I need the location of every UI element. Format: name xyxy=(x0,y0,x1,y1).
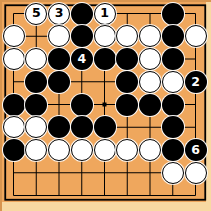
black-stone xyxy=(71,25,93,47)
white-stone xyxy=(139,48,161,70)
black-stone xyxy=(162,3,184,25)
white-stone xyxy=(3,116,25,138)
black-stone xyxy=(25,94,47,116)
white-stone xyxy=(139,25,161,47)
intersection-r1c8[interactable] xyxy=(161,2,184,25)
intersection-r6c6[interactable] xyxy=(116,116,139,139)
intersection-r5c9[interactable] xyxy=(184,93,207,116)
white-stone xyxy=(139,139,161,161)
black-stone xyxy=(139,94,161,116)
go-board: 531426 xyxy=(0,0,211,211)
intersection-r9c9[interactable] xyxy=(184,184,207,207)
intersection-r4c8[interactable] xyxy=(161,70,184,93)
white-stone xyxy=(162,71,184,93)
black-stone xyxy=(3,94,25,116)
white-stone xyxy=(48,25,70,47)
intersection-r4c7[interactable] xyxy=(139,70,162,93)
black-stone xyxy=(48,116,70,138)
intersection-r8c2[interactable] xyxy=(25,161,48,184)
intersection-r1c5[interactable]: 1 xyxy=(93,2,116,25)
black-stone xyxy=(162,94,184,116)
intersection-r9c7[interactable] xyxy=(139,184,162,207)
intersection-r4c3[interactable] xyxy=(48,70,71,93)
intersection-r7c2[interactable] xyxy=(25,139,48,162)
white-stone-move-5: 5 xyxy=(25,3,47,25)
intersection-r4c4[interactable] xyxy=(70,70,93,93)
white-stone xyxy=(48,139,70,161)
intersection-r8c8[interactable] xyxy=(161,161,184,184)
intersection-r3c3[interactable] xyxy=(48,48,71,71)
white-stone xyxy=(94,25,116,47)
white-stone xyxy=(162,162,184,184)
white-stone xyxy=(116,139,138,161)
intersection-r8c7[interactable] xyxy=(139,161,162,184)
white-stone-move-3: 3 xyxy=(48,3,70,25)
intersection-r3c5[interactable] xyxy=(93,48,116,71)
intersection-r7c9[interactable]: 6 xyxy=(184,139,207,162)
white-stone xyxy=(3,25,25,47)
black-stone xyxy=(162,139,184,161)
intersection-r6c3[interactable] xyxy=(48,116,71,139)
intersection-r7c1[interactable] xyxy=(2,139,25,162)
intersection-r2c4[interactable] xyxy=(70,25,93,48)
black-stone xyxy=(116,48,138,70)
intersection-r8c3[interactable] xyxy=(48,161,71,184)
intersection-r8c1[interactable] xyxy=(2,161,25,184)
intersection-r7c4[interactable] xyxy=(70,139,93,162)
white-stone xyxy=(25,116,47,138)
black-stone xyxy=(48,48,70,70)
black-stone xyxy=(71,116,93,138)
white-stone xyxy=(139,71,161,93)
intersection-r8c5[interactable] xyxy=(93,161,116,184)
intersection-r9c6[interactable] xyxy=(116,184,139,207)
intersection-r4c9[interactable]: 2 xyxy=(184,70,207,93)
intersection-r3c2[interactable] xyxy=(25,48,48,71)
black-stone xyxy=(116,71,138,93)
intersection-r7c6[interactable] xyxy=(116,139,139,162)
black-stone xyxy=(162,25,184,47)
intersection-r1c9[interactable] xyxy=(184,2,207,25)
intersection-r2c9[interactable] xyxy=(184,25,207,48)
intersection-r3c4[interactable]: 4 xyxy=(70,48,93,71)
intersection-r5c3[interactable] xyxy=(48,93,71,116)
intersection-r6c1[interactable] xyxy=(2,116,25,139)
intersection-r3c1[interactable] xyxy=(2,48,25,71)
white-stone xyxy=(25,139,47,161)
intersection-r2c7[interactable] xyxy=(139,25,162,48)
black-stone xyxy=(25,71,47,93)
intersection-r7c7[interactable] xyxy=(139,139,162,162)
black-stone xyxy=(48,71,70,93)
black-stone xyxy=(116,94,138,116)
intersection-r5c2[interactable] xyxy=(25,93,48,116)
intersection-r7c8[interactable] xyxy=(161,139,184,162)
intersection-r6c4[interactable] xyxy=(70,116,93,139)
black-stone xyxy=(94,48,116,70)
intersection-r3c9[interactable] xyxy=(184,48,207,71)
black-stone xyxy=(71,94,93,116)
intersection-r2c5[interactable] xyxy=(93,25,116,48)
white-stone xyxy=(71,139,93,161)
white-stone xyxy=(116,25,138,47)
intersection-r6c5[interactable] xyxy=(93,116,116,139)
intersection-r7c5[interactable] xyxy=(93,139,116,162)
black-stone xyxy=(162,116,184,138)
intersection-r5c5[interactable] xyxy=(93,93,116,116)
intersection-r6c8[interactable] xyxy=(161,116,184,139)
intersection-r9c8[interactable] xyxy=(161,184,184,207)
intersection-r5c8[interactable] xyxy=(161,93,184,116)
intersection-r4c2[interactable] xyxy=(25,70,48,93)
intersection-r5c1[interactable] xyxy=(2,93,25,116)
black-stone xyxy=(3,139,25,161)
intersection-r3c8[interactable] xyxy=(161,48,184,71)
intersection-r9c2[interactable] xyxy=(25,184,48,207)
black-stone xyxy=(94,116,116,138)
intersection-r8c9[interactable] xyxy=(184,161,207,184)
white-stone xyxy=(94,139,116,161)
white-stone xyxy=(25,48,47,70)
white-stone xyxy=(185,25,207,47)
white-stone xyxy=(185,162,207,184)
black-stone xyxy=(71,3,93,25)
intersection-r1c6[interactable] xyxy=(116,2,139,25)
intersection-r9c3[interactable] xyxy=(48,184,71,207)
intersection-r8c6[interactable] xyxy=(116,161,139,184)
intersection-r5c4[interactable] xyxy=(70,93,93,116)
intersection-r9c1[interactable] xyxy=(2,184,25,207)
intersection-r4c1[interactable] xyxy=(2,70,25,93)
intersection-r2c1[interactable] xyxy=(2,25,25,48)
intersection-r6c2[interactable] xyxy=(25,116,48,139)
intersection-r2c3[interactable] xyxy=(48,25,71,48)
intersection-r5c7[interactable] xyxy=(139,93,162,116)
white-stone xyxy=(3,48,25,70)
intersection-r1c7[interactable] xyxy=(139,2,162,25)
intersection-r1c2[interactable]: 5 xyxy=(25,2,48,25)
black-stone xyxy=(162,48,184,70)
intersection-r8c4[interactable] xyxy=(70,161,93,184)
intersection-r2c8[interactable] xyxy=(161,25,184,48)
intersection-r9c5[interactable] xyxy=(93,184,116,207)
intersection-r1c4[interactable] xyxy=(70,2,93,25)
intersection-r6c9[interactable] xyxy=(184,116,207,139)
board-intersections: 531426 xyxy=(2,2,207,207)
intersection-r5c6[interactable] xyxy=(116,93,139,116)
intersection-r3c7[interactable] xyxy=(139,48,162,71)
intersection-r3c6[interactable] xyxy=(116,48,139,71)
intersection-r4c6[interactable] xyxy=(116,70,139,93)
intersection-r2c2[interactable] xyxy=(25,25,48,48)
black-stone-move-6: 6 xyxy=(185,139,207,161)
intersection-r1c3[interactable]: 3 xyxy=(48,2,71,25)
intersection-r9c4[interactable] xyxy=(70,184,93,207)
white-stone-move-1: 1 xyxy=(94,3,116,25)
black-stone-move-2: 2 xyxy=(185,71,207,93)
intersection-r2c6[interactable] xyxy=(116,25,139,48)
intersection-r7c3[interactable] xyxy=(48,139,71,162)
intersection-r6c7[interactable] xyxy=(139,116,162,139)
intersection-r4c5[interactable] xyxy=(93,70,116,93)
intersection-r1c1[interactable] xyxy=(2,2,25,25)
black-stone-move-4: 4 xyxy=(71,48,93,70)
